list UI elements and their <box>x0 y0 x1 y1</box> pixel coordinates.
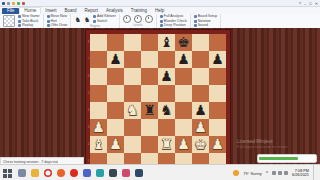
app-pink[interactable] <box>122 169 130 177</box>
rank-label-8: 8 <box>87 40 91 44</box>
knight-icon[interactable]: ♞ <box>84 15 90 24</box>
square-h3[interactable] <box>209 119 226 136</box>
quick-access-icon[interactable] <box>22 2 25 5</box>
taskbar-clock[interactable]: 7:08 PM 6/26/2021 <box>292 169 309 178</box>
clock-date: 6/26/2021 <box>292 173 309 177</box>
square-e3[interactable] <box>158 119 175 136</box>
rank-label-6: 6 <box>87 74 91 78</box>
square-g7[interactable] <box>192 51 209 68</box>
square-h8[interactable] <box>209 34 226 51</box>
ribbon-group-moves: Move NowHintOffer DrawMoves <box>44 14 72 28</box>
board-icon[interactable] <box>3 15 15 27</box>
ribbon-button-board-setup[interactable]: Board Setup <box>194 15 217 19</box>
status-text: Chess training session - 7 days trial <box>3 160 58 164</box>
button-icon <box>160 20 163 23</box>
button-icon <box>47 20 50 23</box>
browser-icon[interactable] <box>44 169 52 177</box>
start-button windows-logo-icon[interactable] <box>3 169 12 178</box>
button-icon <box>93 20 96 23</box>
knight-icon[interactable]: ♞ <box>74 15 80 24</box>
square-b3[interactable] <box>107 119 124 136</box>
ribbon-button-new-game[interactable]: New Game <box>18 15 40 19</box>
square-a3[interactable]: ♟ <box>90 119 107 136</box>
watermark: Licensed Minijeux Full engine evaluation… <box>237 139 317 149</box>
show-desktop-button[interactable] <box>313 165 317 180</box>
title-bar: ?–□✕ <box>0 0 320 7</box>
black-pawn[interactable]: ♟ <box>109 51 122 68</box>
white-pawn[interactable]: ♟ <box>92 119 105 136</box>
weather-sun-icon[interactable] <box>233 170 239 176</box>
ribbon-button-move-now[interactable]: Move Now <box>47 15 68 19</box>
square-g4[interactable]: ♟ <box>192 102 209 119</box>
square-c5[interactable] <box>124 85 141 102</box>
square-a6[interactable] <box>90 68 107 85</box>
progress-indicator <box>257 154 317 163</box>
app-dark[interactable] <box>109 169 117 177</box>
square-b7[interactable]: ♟ <box>107 51 124 68</box>
ribbon: New GameTake BackReplayGameMove NowHintO… <box>0 14 320 29</box>
square-a4[interactable] <box>90 102 107 119</box>
help-icon[interactable]: ? <box>299 1 301 6</box>
square-d3[interactable] <box>141 119 158 136</box>
square-h7[interactable]: ♟ <box>209 51 226 68</box>
button-icon <box>93 15 96 18</box>
system-tray: 79° Sunny ^ 7:08 PM 6/26/2021 <box>233 165 317 180</box>
square-f5[interactable] <box>175 85 192 102</box>
clock-icon[interactable] <box>145 15 153 23</box>
button-icon <box>18 15 21 18</box>
square-f2[interactable]: ♟ <box>175 136 192 153</box>
square-e8[interactable]: ♝ <box>158 34 175 51</box>
black-pawn[interactable]: ♟ <box>177 51 190 68</box>
chess-board-frame: 87654321 ♝♚♟♟♟♟♞♜♞♟♟♟♝♟♜♟♚♟ <box>86 30 230 174</box>
square-e5[interactable] <box>158 85 175 102</box>
square-c2[interactable] <box>124 136 141 153</box>
opera-icon[interactable] <box>70 169 78 177</box>
ribbon-button-add-kibitzer[interactable]: Add Kibitzer <box>93 15 116 19</box>
square-d4[interactable]: ♜ <box>141 102 158 119</box>
black-pawn[interactable]: ♟ <box>211 51 224 68</box>
square-d5[interactable] <box>141 85 158 102</box>
square-e4[interactable]: ♞ <box>158 102 175 119</box>
black-king[interactable]: ♚ <box>177 34 190 51</box>
progress-bar-fill <box>259 157 298 160</box>
ribbon-group-options: Board SetupNotationSoundOptions <box>191 14 221 28</box>
button-icon <box>18 20 21 23</box>
square-c6[interactable] <box>124 68 141 85</box>
square-g3[interactable]: ♟ <box>192 119 209 136</box>
weather-text[interactable]: 79° Sunny <box>243 171 262 176</box>
black-knight[interactable]: ♞ <box>160 102 173 119</box>
white-rook[interactable]: ♜ <box>160 136 173 153</box>
square-b6[interactable] <box>107 68 124 85</box>
chess-board[interactable]: ♝♚♟♟♟♟♞♜♞♟♟♟♝♟♜♟♚♟ <box>90 34 226 170</box>
square-b8[interactable] <box>107 34 124 51</box>
button-icon <box>194 20 197 23</box>
ribbon-group-engine: ♞♞Add KibitzerSwitchEngine <box>71 14 119 28</box>
ribbon-button-full-analysis[interactable]: Full Analysis <box>160 15 187 19</box>
taskbar-apps <box>18 169 143 177</box>
minimize-icon[interactable]: – <box>304 1 306 6</box>
ribbon-group-levels: Levels <box>120 14 157 28</box>
black-rook[interactable]: ♜ <box>143 102 156 119</box>
white-pawn[interactable]: ♟ <box>109 136 122 153</box>
square-a7[interactable] <box>90 51 107 68</box>
maximize-icon[interactable]: □ <box>309 1 311 6</box>
black-pawn[interactable]: ♟ <box>160 68 173 85</box>
button-icon <box>47 15 50 18</box>
square-d2[interactable] <box>141 136 158 153</box>
square-a8[interactable] <box>90 34 107 51</box>
square-d7[interactable] <box>141 51 158 68</box>
square-c7[interactable] <box>124 51 141 68</box>
app-navy[interactable] <box>135 169 143 177</box>
app-blue[interactable] <box>83 169 91 177</box>
square-h6[interactable] <box>209 68 226 85</box>
square-f3[interactable] <box>175 119 192 136</box>
quick-access-toolbar <box>2 2 25 5</box>
rank-label-3: 3 <box>87 125 91 129</box>
black-bishop[interactable]: ♝ <box>160 34 173 51</box>
ribbon-group-analysis: Full AnalysisBlunder CheckDeep PositionA… <box>157 14 191 28</box>
clock-icon[interactable] <box>123 15 131 23</box>
watermark-line2: Full engine evaluation for review <box>237 145 317 150</box>
black-pawn[interactable]: ♟ <box>194 102 207 119</box>
rank-label-2: 2 <box>87 142 91 146</box>
square-d6[interactable] <box>141 68 158 85</box>
rank-label-7: 7 <box>87 57 91 61</box>
square-d8[interactable] <box>141 34 158 51</box>
quick-access-icon[interactable] <box>2 2 5 5</box>
white-pawn[interactable]: ♟ <box>211 136 224 153</box>
button-icon <box>160 15 163 18</box>
white-bishop[interactable]: ♝ <box>92 136 105 153</box>
square-f6[interactable] <box>175 68 192 85</box>
square-f7[interactable]: ♟ <box>175 51 192 68</box>
square-c8[interactable] <box>124 34 141 51</box>
folder-icon[interactable] <box>31 169 39 177</box>
tray-icons[interactable] <box>272 171 288 175</box>
square-g5[interactable] <box>192 85 209 102</box>
square-c3[interactable] <box>124 119 141 136</box>
square-b5[interactable] <box>107 85 124 102</box>
square-e6[interactable]: ♟ <box>158 68 175 85</box>
quick-access-icon[interactable] <box>12 2 15 5</box>
square-a2[interactable]: ♝ <box>90 136 107 153</box>
chess-app-window: ?–□✕ FileHomeInsertBoardReportAnalysisTr… <box>0 0 320 180</box>
square-h2[interactable]: ♟ <box>209 136 226 153</box>
square-g8[interactable] <box>192 34 209 51</box>
app-teal[interactable] <box>96 169 104 177</box>
white-pawn[interactable]: ♟ <box>177 136 190 153</box>
white-knight[interactable]: ♞ <box>126 102 139 119</box>
tab-home[interactable]: Home <box>19 7 41 14</box>
close-icon[interactable]: ✕ <box>315 1 318 6</box>
square-b4[interactable] <box>107 102 124 119</box>
window-controls: ?–□✕ <box>299 1 318 6</box>
rank-label-4: 4 <box>87 108 91 112</box>
rank-label-1: 1 <box>87 159 91 163</box>
square-h4[interactable] <box>209 102 226 119</box>
square-a5[interactable] <box>90 85 107 102</box>
button-icon <box>194 15 197 18</box>
square-e7[interactable] <box>158 51 175 68</box>
white-king[interactable]: ♚ <box>194 136 207 153</box>
square-f4[interactable] <box>175 102 192 119</box>
white-pawn[interactable]: ♟ <box>194 119 207 136</box>
tray-caret-icon[interactable]: ^ <box>266 170 268 176</box>
square-g2[interactable]: ♚ <box>192 136 209 153</box>
taskbar: 79° Sunny ^ 7:08 PM 6/26/2021 <box>0 164 320 180</box>
app-gray[interactable] <box>18 169 26 177</box>
rank-label-5: 5 <box>87 91 91 95</box>
square-c4[interactable]: ♞ <box>124 102 141 119</box>
quick-access-icon[interactable] <box>17 2 20 5</box>
clock-icon[interactable] <box>134 15 142 23</box>
square-e2[interactable]: ♜ <box>158 136 175 153</box>
square-g6[interactable] <box>192 68 209 85</box>
ribbon-button-switch[interactable]: Switch <box>93 20 116 24</box>
firefox-icon[interactable] <box>57 169 65 177</box>
square-b2[interactable]: ♟ <box>107 136 124 153</box>
square-f8[interactable]: ♚ <box>175 34 192 51</box>
square-h5[interactable] <box>209 85 226 102</box>
ribbon-group-game: New GameTake BackReplayGame <box>0 14 44 28</box>
quick-access-icon[interactable] <box>7 2 10 5</box>
